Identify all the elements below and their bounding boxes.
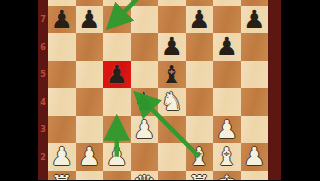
square-c6[interactable] xyxy=(103,33,131,61)
square-a2[interactable]: ♟ xyxy=(48,143,76,171)
square-d1[interactable]: ♛ xyxy=(131,171,159,181)
white-king-g1: ♚ xyxy=(213,171,241,181)
white-bishop-g2: ♝ xyxy=(213,143,241,171)
square-h1[interactable] xyxy=(241,171,269,181)
white-knight-e4: ♞ xyxy=(158,88,186,116)
rank-label-2: 2 xyxy=(38,152,48,161)
square-c7[interactable] xyxy=(103,6,131,34)
square-d6[interactable] xyxy=(131,33,159,61)
square-f7[interactable]: ♟ xyxy=(186,6,214,34)
square-a7[interactable]: ♟ xyxy=(48,6,76,34)
square-b1[interactable] xyxy=(76,171,104,181)
square-h5[interactable] xyxy=(241,61,269,89)
square-f2[interactable]: ♝ xyxy=(186,143,214,171)
black-pawn-g6: ♟ xyxy=(213,33,241,61)
square-g3[interactable]: ♟ xyxy=(213,116,241,144)
square-c1[interactable] xyxy=(103,171,131,181)
square-a6[interactable] xyxy=(48,33,76,61)
square-e3[interactable] xyxy=(158,116,186,144)
black-pawn-h7: ♟ xyxy=(241,6,269,34)
square-d7[interactable] xyxy=(131,6,159,34)
square-h3[interactable] xyxy=(241,116,269,144)
square-c5[interactable]: ♟ xyxy=(103,61,131,89)
square-d5[interactable] xyxy=(131,61,159,89)
black-bishop-e5: ♝ xyxy=(158,61,186,89)
square-h2[interactable]: ♟ xyxy=(241,143,269,171)
rank-label-3: 3 xyxy=(38,125,48,134)
square-f6[interactable] xyxy=(186,33,214,61)
square-a5[interactable] xyxy=(48,61,76,89)
square-d3[interactable]: ♟ xyxy=(131,116,159,144)
rank-label-4: 4 xyxy=(38,97,48,106)
square-g5[interactable] xyxy=(213,61,241,89)
rank-label-5: 5 xyxy=(38,70,48,79)
square-c3[interactable] xyxy=(103,116,131,144)
square-e1[interactable] xyxy=(158,171,186,181)
square-a3[interactable] xyxy=(48,116,76,144)
square-h6[interactable] xyxy=(241,33,269,61)
white-pawn-g3: ♟ xyxy=(213,116,241,144)
white-rook-f1: ♜ xyxy=(186,171,214,181)
white-pawn-b2: ♟ xyxy=(76,143,104,171)
square-b7[interactable]: ♟ xyxy=(76,6,104,34)
black-knight-d4: ♞ xyxy=(131,88,159,116)
white-bishop-f2: ♝ xyxy=(186,143,214,171)
square-d4[interactable]: ♞ xyxy=(131,88,159,116)
square-d2[interactable] xyxy=(131,143,159,171)
white-pawn-h2: ♟ xyxy=(241,143,269,171)
white-pawn-a2: ♟ xyxy=(48,143,76,171)
square-g2[interactable]: ♝ xyxy=(213,143,241,171)
square-f5[interactable] xyxy=(186,61,214,89)
square-h4[interactable] xyxy=(241,88,269,116)
square-b4[interactable] xyxy=(76,88,104,116)
square-f4[interactable] xyxy=(186,88,214,116)
square-b3[interactable] xyxy=(76,116,104,144)
white-queen-d1: ♛ xyxy=(131,171,159,181)
square-b2[interactable]: ♟ xyxy=(76,143,104,171)
square-g6[interactable]: ♟ xyxy=(213,33,241,61)
black-pawn-c5: ♟ xyxy=(103,61,131,89)
square-g4[interactable] xyxy=(213,88,241,116)
square-e6[interactable]: ♟ xyxy=(158,33,186,61)
black-pawn-e6: ♟ xyxy=(158,33,186,61)
chessboard-frame: ♜♛♜♚♟♟♟♟♟♟♟♝♞♞♟♟♟♟♟♝♝♟♜♛♜♚ 765432 xyxy=(38,0,281,180)
square-g1[interactable]: ♚ xyxy=(213,171,241,181)
square-e2[interactable] xyxy=(158,143,186,171)
square-c2[interactable]: ♟ xyxy=(103,143,131,171)
rank-label-7: 7 xyxy=(38,15,48,24)
square-c4[interactable] xyxy=(103,88,131,116)
square-e7[interactable] xyxy=(158,6,186,34)
square-f3[interactable] xyxy=(186,116,214,144)
square-f1[interactable]: ♜ xyxy=(186,171,214,181)
black-pawn-a7: ♟ xyxy=(48,6,76,34)
square-a1[interactable]: ♜ xyxy=(48,171,76,181)
square-e5[interactable]: ♝ xyxy=(158,61,186,89)
white-pawn-c2: ♟ xyxy=(103,143,131,171)
chessboard: ♜♛♜♚♟♟♟♟♟♟♟♝♞♞♟♟♟♟♟♝♝♟♜♛♜♚ xyxy=(48,0,268,180)
video-frame: ♜♛♜♚♟♟♟♟♟♟♟♝♞♞♟♟♟♟♟♝♝♟♜♛♜♚ 765432 xyxy=(0,0,320,180)
white-rook-a1: ♜ xyxy=(48,171,76,181)
square-a4[interactable] xyxy=(48,88,76,116)
black-pawn-f7: ♟ xyxy=(186,6,214,34)
square-g7[interactable] xyxy=(213,6,241,34)
white-pawn-d3: ♟ xyxy=(131,116,159,144)
square-e4[interactable]: ♞ xyxy=(158,88,186,116)
square-b5[interactable] xyxy=(76,61,104,89)
square-b6[interactable] xyxy=(76,33,104,61)
black-pawn-b7: ♟ xyxy=(76,6,104,34)
square-h7[interactable]: ♟ xyxy=(241,6,269,34)
rank-label-6: 6 xyxy=(38,42,48,51)
